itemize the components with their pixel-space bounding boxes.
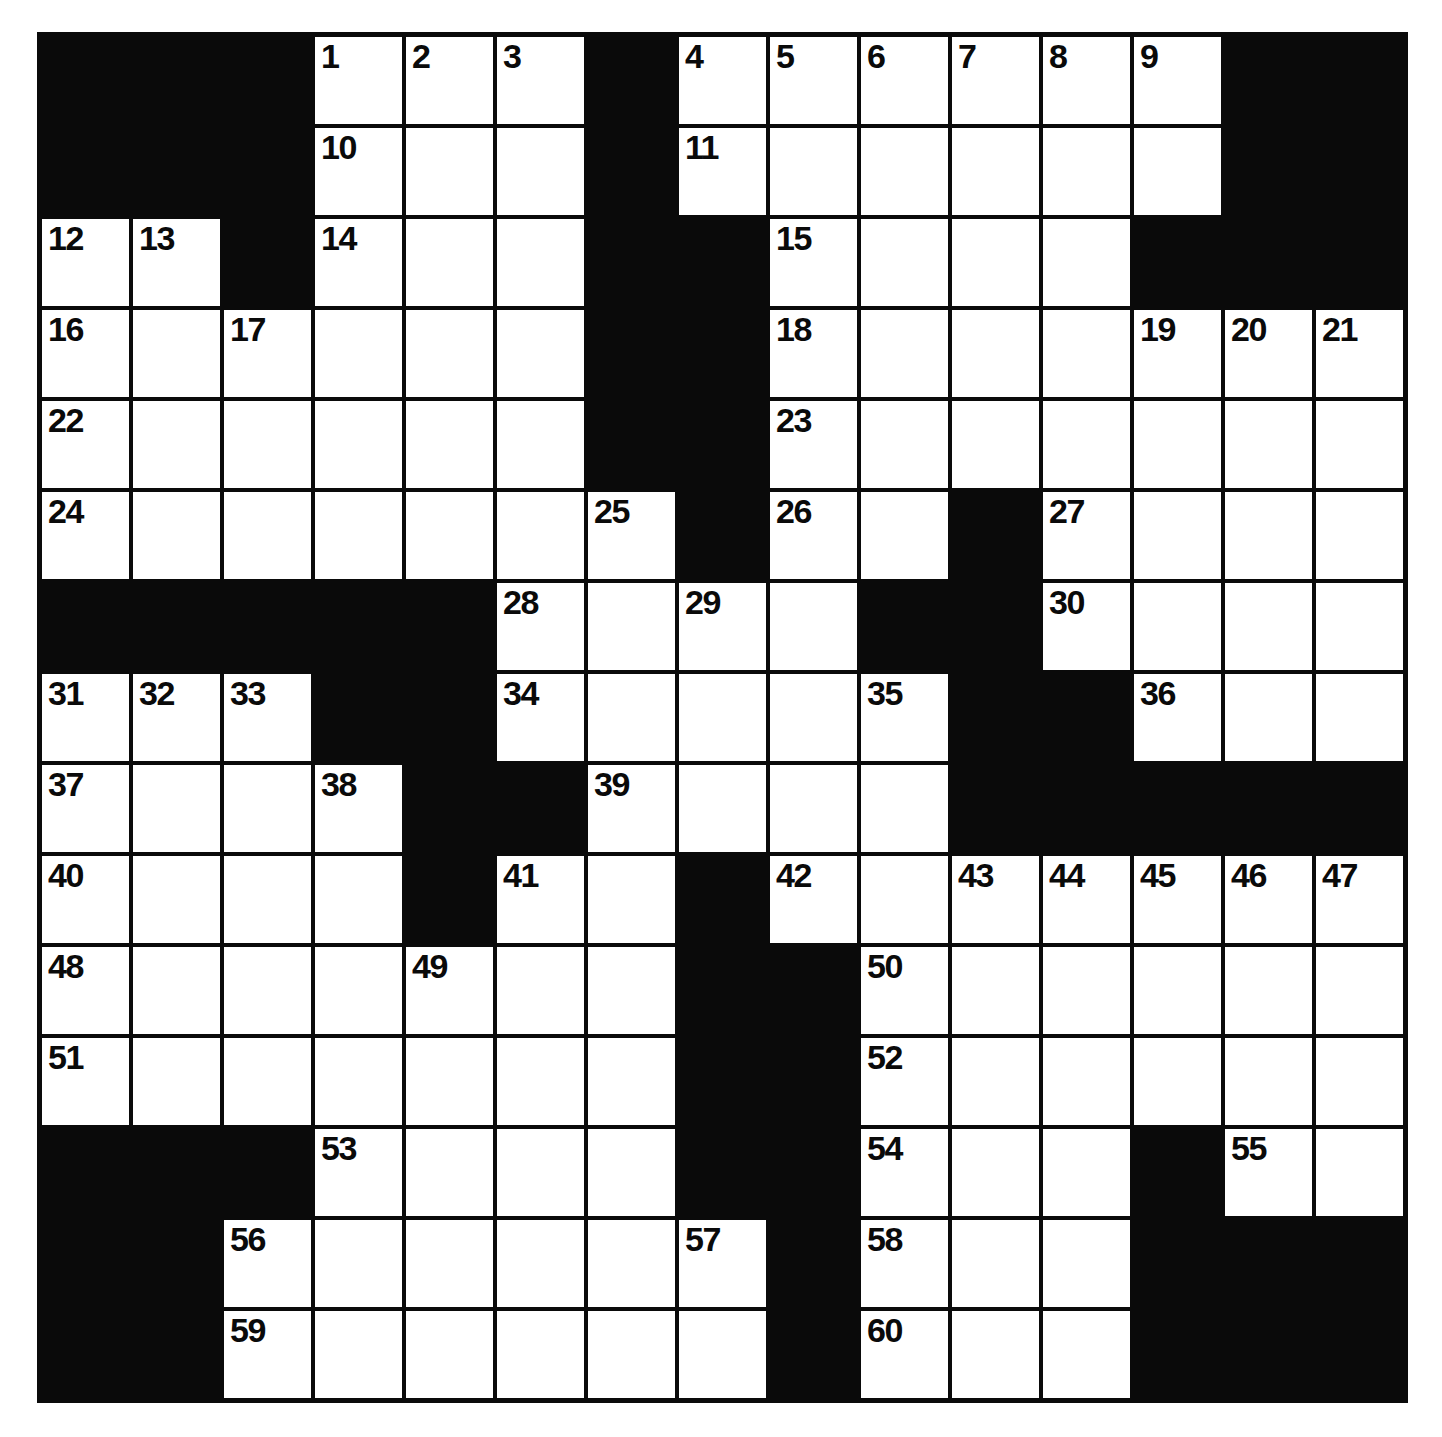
white-cell-r1c10[interactable]: 6: [859, 35, 950, 126]
clue-number-1: 1: [321, 39, 338, 75]
clue-number-56: 56: [230, 1222, 265, 1258]
black-cell-r2c1: [40, 126, 131, 217]
clue-number-37: 37: [48, 767, 83, 803]
clue-number-55: 55: [1231, 1131, 1266, 1167]
clue-number-9: 9: [1140, 39, 1157, 75]
black-cell-r9c6: [495, 763, 586, 854]
black-cell-r9c12: [1041, 763, 1132, 854]
clue-number-31: 31: [48, 676, 83, 712]
black-cell-r1c15: [1314, 35, 1405, 126]
white-cell-r8c10[interactable]: 35: [859, 672, 950, 763]
white-cell-r7c6[interactable]: 28: [495, 581, 586, 672]
white-cell-r12c12[interactable]: [1041, 1036, 1132, 1127]
clue-number-30: 30: [1049, 585, 1084, 621]
clue-number-6: 6: [867, 39, 884, 75]
white-cell-r12c1[interactable]: 51: [40, 1036, 131, 1127]
black-cell-r12c9: [768, 1036, 859, 1127]
black-cell-r7c10: [859, 581, 950, 672]
white-cell-r15c5[interactable]: [404, 1309, 495, 1400]
clue-number-25: 25: [594, 494, 629, 530]
black-cell-r15c2: [131, 1309, 222, 1400]
black-cell-r3c14: [1223, 217, 1314, 308]
white-cell-r6c13[interactable]: [1132, 490, 1223, 581]
white-cell-r1c9[interactable]: 5: [768, 35, 859, 126]
white-cell-r5c9[interactable]: 23: [768, 399, 859, 490]
white-cell-r3c5[interactable]: [404, 217, 495, 308]
clue-number-18: 18: [776, 312, 811, 348]
black-cell-r14c13: [1132, 1218, 1223, 1309]
clue-number-8: 8: [1049, 39, 1066, 75]
white-cell-r3c6[interactable]: [495, 217, 586, 308]
white-cell-r5c4[interactable]: [313, 399, 404, 490]
clue-number-39: 39: [594, 767, 629, 803]
white-cell-r8c13[interactable]: 36: [1132, 672, 1223, 763]
white-cell-r12c2[interactable]: [131, 1036, 222, 1127]
clue-number-33: 33: [230, 676, 265, 712]
clue-number-52: 52: [867, 1040, 902, 1076]
black-cell-r7c5: [404, 581, 495, 672]
white-cell-r12c6[interactable]: [495, 1036, 586, 1127]
white-cell-r5c13[interactable]: [1132, 399, 1223, 490]
white-cell-r2c5[interactable]: [404, 126, 495, 217]
black-cell-r13c9: [768, 1127, 859, 1218]
black-cell-r13c13: [1132, 1127, 1223, 1218]
white-cell-r11c4[interactable]: [313, 945, 404, 1036]
clue-number-32: 32: [139, 676, 174, 712]
clue-number-44: 44: [1049, 858, 1084, 894]
white-cell-r13c7[interactable]: [586, 1127, 677, 1218]
white-cell-r1c5[interactable]: 2: [404, 35, 495, 126]
black-cell-r2c3: [222, 126, 313, 217]
white-cell-r14c12[interactable]: [1041, 1218, 1132, 1309]
white-cell-r10c1[interactable]: 40: [40, 854, 131, 945]
clue-number-13: 13: [139, 221, 174, 257]
black-cell-r14c9: [768, 1218, 859, 1309]
white-cell-r13c6[interactable]: [495, 1127, 586, 1218]
white-cell-r11c15[interactable]: [1314, 945, 1405, 1036]
white-cell-r14c10[interactable]: 58: [859, 1218, 950, 1309]
clue-number-3: 3: [503, 39, 520, 75]
black-cell-r7c4: [313, 581, 404, 672]
clue-number-15: 15: [776, 221, 811, 257]
white-cell-r11c14[interactable]: [1223, 945, 1314, 1036]
white-cell-r2c6[interactable]: [495, 126, 586, 217]
black-cell-r1c3: [222, 35, 313, 126]
clue-number-49: 49: [412, 949, 447, 985]
clue-number-24: 24: [48, 494, 83, 530]
white-cell-r3c9[interactable]: 15: [768, 217, 859, 308]
black-cell-r15c14: [1223, 1309, 1314, 1400]
white-cell-r14c8[interactable]: 57: [677, 1218, 768, 1309]
black-cell-r6c11: [950, 490, 1041, 581]
clue-number-21: 21: [1322, 312, 1357, 348]
clue-number-11: 11: [685, 130, 718, 166]
white-cell-r2c11[interactable]: [950, 126, 1041, 217]
black-cell-r7c2: [131, 581, 222, 672]
clue-number-22: 22: [48, 403, 83, 439]
white-cell-r4c9[interactable]: 18: [768, 308, 859, 399]
black-cell-r13c3: [222, 1127, 313, 1218]
clue-number-14: 14: [321, 221, 356, 257]
white-cell-r2c9[interactable]: [768, 126, 859, 217]
clue-number-16: 16: [48, 312, 83, 348]
white-cell-r14c6[interactable]: [495, 1218, 586, 1309]
crossword-grid: 1234567891011121314151617181920212223242…: [37, 32, 1408, 1403]
white-cell-r2c13[interactable]: [1132, 126, 1223, 217]
white-cell-r4c12[interactable]: [1041, 308, 1132, 399]
white-cell-r5c3[interactable]: [222, 399, 313, 490]
white-cell-r4c2[interactable]: [131, 308, 222, 399]
white-cell-r5c6[interactable]: [495, 399, 586, 490]
clue-number-38: 38: [321, 767, 356, 803]
white-cell-r13c4[interactable]: 53: [313, 1127, 404, 1218]
clue-number-20: 20: [1231, 312, 1266, 348]
clue-number-4: 4: [685, 39, 702, 75]
white-cell-r8c8[interactable]: [677, 672, 768, 763]
white-cell-r12c13[interactable]: [1132, 1036, 1223, 1127]
black-cell-r11c9: [768, 945, 859, 1036]
white-cell-r4c14[interactable]: 20: [1223, 308, 1314, 399]
black-cell-r9c13: [1132, 763, 1223, 854]
black-cell-r15c13: [1132, 1309, 1223, 1400]
white-cell-r9c4[interactable]: 38: [313, 763, 404, 854]
white-cell-r5c11[interactable]: [950, 399, 1041, 490]
clue-number-53: 53: [321, 1131, 356, 1167]
white-cell-r5c10[interactable]: [859, 399, 950, 490]
black-cell-r3c7: [586, 217, 677, 308]
black-cell-r2c14: [1223, 126, 1314, 217]
white-cell-r11c5[interactable]: 49: [404, 945, 495, 1036]
black-cell-r10c5: [404, 854, 495, 945]
clue-number-46: 46: [1231, 858, 1266, 894]
black-cell-r7c3: [222, 581, 313, 672]
clue-number-41: 41: [503, 858, 538, 894]
white-cell-r10c6[interactable]: 41: [495, 854, 586, 945]
clue-number-47: 47: [1322, 858, 1357, 894]
white-cell-r8c15[interactable]: [1314, 672, 1405, 763]
white-cell-r6c2[interactable]: [131, 490, 222, 581]
white-cell-r9c3[interactable]: [222, 763, 313, 854]
black-cell-r15c1: [40, 1309, 131, 1400]
white-cell-r3c10[interactable]: [859, 217, 950, 308]
black-cell-r4c7: [586, 308, 677, 399]
white-cell-r7c12[interactable]: 30: [1041, 581, 1132, 672]
clue-number-34: 34: [503, 676, 538, 712]
white-cell-r15c6[interactable]: [495, 1309, 586, 1400]
white-cell-r6c14[interactable]: [1223, 490, 1314, 581]
white-cell-r9c9[interactable]: [768, 763, 859, 854]
white-cell-r10c3[interactable]: [222, 854, 313, 945]
white-cell-r5c15[interactable]: [1314, 399, 1405, 490]
white-cell-r14c5[interactable]: [404, 1218, 495, 1309]
black-cell-r9c11: [950, 763, 1041, 854]
white-cell-r8c14[interactable]: [1223, 672, 1314, 763]
white-cell-r12c5[interactable]: [404, 1036, 495, 1127]
black-cell-r5c7: [586, 399, 677, 490]
white-cell-r14c7[interactable]: [586, 1218, 677, 1309]
white-cell-r15c11[interactable]: [950, 1309, 1041, 1400]
white-cell-r15c10[interactable]: 60: [859, 1309, 950, 1400]
black-cell-r14c2: [131, 1218, 222, 1309]
white-cell-r4c4[interactable]: [313, 308, 404, 399]
white-cell-r13c11[interactable]: [950, 1127, 1041, 1218]
clue-number-12: 12: [48, 221, 83, 257]
white-cell-r15c12[interactable]: [1041, 1309, 1132, 1400]
clue-number-27: 27: [1049, 494, 1084, 530]
white-cell-r9c10[interactable]: [859, 763, 950, 854]
black-cell-r12c8: [677, 1036, 768, 1127]
white-cell-r8c9[interactable]: [768, 672, 859, 763]
clue-number-58: 58: [867, 1222, 902, 1258]
white-cell-r3c4[interactable]: 14: [313, 217, 404, 308]
clue-number-2: 2: [412, 39, 429, 75]
black-cell-r13c1: [40, 1127, 131, 1218]
white-cell-r1c13[interactable]: 9: [1132, 35, 1223, 126]
white-cell-r6c6[interactable]: [495, 490, 586, 581]
clue-number-45: 45: [1140, 858, 1175, 894]
white-cell-r15c7[interactable]: [586, 1309, 677, 1400]
black-cell-r4c8: [677, 308, 768, 399]
white-cell-r8c6[interactable]: 34: [495, 672, 586, 763]
white-cell-r11c1[interactable]: 48: [40, 945, 131, 1036]
white-cell-r7c8[interactable]: 29: [677, 581, 768, 672]
white-cell-r2c12[interactable]: [1041, 126, 1132, 217]
white-cell-r11c11[interactable]: [950, 945, 1041, 1036]
clue-number-23: 23: [776, 403, 811, 439]
clue-number-54: 54: [867, 1131, 902, 1167]
white-cell-r8c7[interactable]: [586, 672, 677, 763]
white-cell-r4c1[interactable]: 16: [40, 308, 131, 399]
white-cell-r6c12[interactable]: 27: [1041, 490, 1132, 581]
white-cell-r10c13[interactable]: 45: [1132, 854, 1223, 945]
clue-number-10: 10: [321, 130, 356, 166]
white-cell-r1c12[interactable]: 8: [1041, 35, 1132, 126]
black-cell-r8c11: [950, 672, 1041, 763]
black-cell-r3c3: [222, 217, 313, 308]
black-cell-r1c2: [131, 35, 222, 126]
black-cell-r14c15: [1314, 1218, 1405, 1309]
black-cell-r6c8: [677, 490, 768, 581]
clue-number-36: 36: [1140, 676, 1175, 712]
white-cell-r14c4[interactable]: [313, 1218, 404, 1309]
white-cell-r4c6[interactable]: [495, 308, 586, 399]
white-cell-r7c13[interactable]: [1132, 581, 1223, 672]
clue-number-42: 42: [776, 858, 811, 894]
clue-number-29: 29: [685, 585, 720, 621]
white-cell-r6c3[interactable]: [222, 490, 313, 581]
clue-number-28: 28: [503, 585, 538, 621]
white-cell-r4c13[interactable]: 19: [1132, 308, 1223, 399]
white-cell-r10c10[interactable]: [859, 854, 950, 945]
white-cell-r5c14[interactable]: [1223, 399, 1314, 490]
white-cell-r13c15[interactable]: [1314, 1127, 1405, 1218]
white-cell-r3c2[interactable]: 13: [131, 217, 222, 308]
white-cell-r10c2[interactable]: [131, 854, 222, 945]
black-cell-r9c15: [1314, 763, 1405, 854]
white-cell-r13c5[interactable]: [404, 1127, 495, 1218]
white-cell-r2c4[interactable]: 10: [313, 126, 404, 217]
white-cell-r6c9[interactable]: 26: [768, 490, 859, 581]
white-cell-r13c14[interactable]: 55: [1223, 1127, 1314, 1218]
white-cell-r14c3[interactable]: 56: [222, 1218, 313, 1309]
white-cell-r13c10[interactable]: 54: [859, 1127, 950, 1218]
white-cell-r15c3[interactable]: 59: [222, 1309, 313, 1400]
black-cell-r13c8: [677, 1127, 768, 1218]
white-cell-r12c10[interactable]: 52: [859, 1036, 950, 1127]
white-cell-r10c9[interactable]: 42: [768, 854, 859, 945]
black-cell-r9c5: [404, 763, 495, 854]
white-cell-r10c15[interactable]: 47: [1314, 854, 1405, 945]
white-cell-r11c7[interactable]: [586, 945, 677, 1036]
black-cell-r9c14: [1223, 763, 1314, 854]
clue-number-43: 43: [958, 858, 993, 894]
clue-number-48: 48: [48, 949, 83, 985]
white-cell-r6c7[interactable]: 25: [586, 490, 677, 581]
black-cell-r14c14: [1223, 1218, 1314, 1309]
white-cell-r9c8[interactable]: [677, 763, 768, 854]
white-cell-r8c1[interactable]: 31: [40, 672, 131, 763]
black-cell-r2c15: [1314, 126, 1405, 217]
black-cell-r8c12: [1041, 672, 1132, 763]
black-cell-r2c2: [131, 126, 222, 217]
black-cell-r5c8: [677, 399, 768, 490]
white-cell-r7c9[interactable]: [768, 581, 859, 672]
white-cell-r2c10[interactable]: [859, 126, 950, 217]
white-cell-r8c3[interactable]: 33: [222, 672, 313, 763]
black-cell-r3c8: [677, 217, 768, 308]
white-cell-r7c15[interactable]: [1314, 581, 1405, 672]
clue-number-7: 7: [958, 39, 975, 75]
white-cell-r3c11[interactable]: [950, 217, 1041, 308]
white-cell-r8c2[interactable]: 32: [131, 672, 222, 763]
white-cell-r10c12[interactable]: 44: [1041, 854, 1132, 945]
white-cell-r1c4[interactable]: 1: [313, 35, 404, 126]
white-cell-r5c2[interactable]: [131, 399, 222, 490]
clue-number-60: 60: [867, 1313, 902, 1349]
white-cell-r1c8[interactable]: 4: [677, 35, 768, 126]
white-cell-r5c1[interactable]: 22: [40, 399, 131, 490]
white-cell-r6c5[interactable]: [404, 490, 495, 581]
white-cell-r6c4[interactable]: [313, 490, 404, 581]
white-cell-r7c7[interactable]: [586, 581, 677, 672]
white-cell-r12c15[interactable]: [1314, 1036, 1405, 1127]
white-cell-r5c12[interactable]: [1041, 399, 1132, 490]
black-cell-r7c1: [40, 581, 131, 672]
black-cell-r3c13: [1132, 217, 1223, 308]
black-cell-r11c8: [677, 945, 768, 1036]
white-cell-r6c15[interactable]: [1314, 490, 1405, 581]
black-cell-r14c1: [40, 1218, 131, 1309]
white-cell-r3c1[interactable]: 12: [40, 217, 131, 308]
black-cell-r15c15: [1314, 1309, 1405, 1400]
white-cell-r4c11[interactable]: [950, 308, 1041, 399]
clue-number-57: 57: [685, 1222, 720, 1258]
clue-number-26: 26: [776, 494, 811, 530]
white-cell-r10c7[interactable]: [586, 854, 677, 945]
black-cell-r10c8: [677, 854, 768, 945]
black-cell-r1c14: [1223, 35, 1314, 126]
black-cell-r2c7: [586, 126, 677, 217]
black-cell-r3c15: [1314, 217, 1405, 308]
clue-number-50: 50: [867, 949, 902, 985]
clue-number-19: 19: [1140, 312, 1175, 348]
white-cell-r9c7[interactable]: 39: [586, 763, 677, 854]
black-cell-r7c11: [950, 581, 1041, 672]
white-cell-r11c2[interactable]: [131, 945, 222, 1036]
white-cell-r12c4[interactable]: [313, 1036, 404, 1127]
clue-number-5: 5: [776, 39, 793, 75]
white-cell-r2c8[interactable]: 11: [677, 126, 768, 217]
white-cell-r12c14[interactable]: [1223, 1036, 1314, 1127]
clue-number-17: 17: [230, 312, 265, 348]
black-cell-r1c7: [586, 35, 677, 126]
white-cell-r4c15[interactable]: 21: [1314, 308, 1405, 399]
white-cell-r10c4[interactable]: [313, 854, 404, 945]
white-cell-r1c6[interactable]: 3: [495, 35, 586, 126]
clue-number-51: 51: [48, 1040, 83, 1076]
white-cell-r4c5[interactable]: [404, 308, 495, 399]
white-cell-r11c13[interactable]: [1132, 945, 1223, 1036]
white-cell-r10c14[interactable]: 46: [1223, 854, 1314, 945]
white-cell-r10c11[interactable]: 43: [950, 854, 1041, 945]
white-cell-r15c8[interactable]: [677, 1309, 768, 1400]
white-cell-r12c11[interactable]: [950, 1036, 1041, 1127]
black-cell-r1c1: [40, 35, 131, 126]
white-cell-r11c6[interactable]: [495, 945, 586, 1036]
white-cell-r4c10[interactable]: [859, 308, 950, 399]
clue-number-40: 40: [48, 858, 83, 894]
white-cell-r11c3[interactable]: [222, 945, 313, 1036]
white-cell-r12c7[interactable]: [586, 1036, 677, 1127]
white-cell-r6c1[interactable]: 24: [40, 490, 131, 581]
white-cell-r9c1[interactable]: 37: [40, 763, 131, 854]
clue-number-35: 35: [867, 676, 902, 712]
white-cell-r14c11[interactable]: [950, 1218, 1041, 1309]
white-cell-r4c3[interactable]: 17: [222, 308, 313, 399]
black-cell-r8c4: [313, 672, 404, 763]
white-cell-r11c10[interactable]: 50: [859, 945, 950, 1036]
white-cell-r1c11[interactable]: 7: [950, 35, 1041, 126]
black-cell-r13c2: [131, 1127, 222, 1218]
white-cell-r15c4[interactable]: [313, 1309, 404, 1400]
white-cell-r13c12[interactable]: [1041, 1127, 1132, 1218]
white-cell-r5c5[interactable]: [404, 399, 495, 490]
clue-number-59: 59: [230, 1313, 265, 1349]
white-cell-r11c12[interactable]: [1041, 945, 1132, 1036]
white-cell-r12c3[interactable]: [222, 1036, 313, 1127]
white-cell-r6c10[interactable]: [859, 490, 950, 581]
white-cell-r3c12[interactable]: [1041, 217, 1132, 308]
black-cell-r15c9: [768, 1309, 859, 1400]
black-cell-r8c5: [404, 672, 495, 763]
white-cell-r9c2[interactable]: [131, 763, 222, 854]
white-cell-r7c14[interactable]: [1223, 581, 1314, 672]
